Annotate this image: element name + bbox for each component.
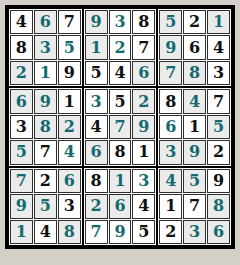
sudoku-cell-r7c6[interactable]: 3 [132, 169, 155, 193]
sudoku-cell-r1c3[interactable]: 7 [58, 10, 81, 34]
sudoku-cell-r3c4[interactable]: 5 [85, 61, 108, 85]
sudoku-cell-r7c4[interactable]: 8 [85, 169, 108, 193]
sudoku-cell-r9c3[interactable]: 8 [58, 220, 81, 244]
sudoku-cell-r1c4[interactable]: 9 [85, 10, 108, 34]
sudoku-box-2-1: 691382574 [8, 87, 83, 166]
sudoku-cell-r1c2[interactable]: 6 [34, 10, 57, 34]
sudoku-cell-r6c1[interactable]: 5 [10, 140, 33, 164]
sudoku-cell-r4c3[interactable]: 1 [58, 89, 81, 113]
sudoku-page: 4678352199381275465219647836913825743524… [0, 0, 240, 254]
sudoku-cell-r2c2[interactable]: 3 [34, 35, 57, 59]
sudoku-cell-r1c7[interactable]: 5 [159, 10, 182, 34]
sudoku-cell-r9c7[interactable]: 2 [159, 220, 182, 244]
sudoku-cell-r3c1[interactable]: 2 [10, 61, 33, 85]
sudoku-cell-r1c5[interactable]: 3 [109, 10, 132, 34]
sudoku-box-3-3: 459178236 [157, 167, 232, 246]
sudoku-cell-r1c9[interactable]: 1 [207, 10, 230, 34]
sudoku-cell-r9c9[interactable]: 6 [207, 220, 230, 244]
sudoku-cell-r2c1[interactable]: 8 [10, 35, 33, 59]
sudoku-cell-r2c5[interactable]: 2 [109, 35, 132, 59]
sudoku-cell-r9c1[interactable]: 1 [10, 220, 33, 244]
sudoku-box-3-1: 726953148 [8, 167, 83, 246]
sudoku-cell-r2c6[interactable]: 7 [132, 35, 155, 59]
sudoku-cell-r6c2[interactable]: 7 [34, 140, 57, 164]
sudoku-cell-r2c4[interactable]: 1 [85, 35, 108, 59]
sudoku-cell-r2c9[interactable]: 4 [207, 35, 230, 59]
sudoku-cell-r8c6[interactable]: 4 [132, 194, 155, 218]
sudoku-cell-r5c4[interactable]: 4 [85, 115, 108, 139]
sudoku-cell-r1c1[interactable]: 4 [10, 10, 33, 34]
sudoku-cell-r6c5[interactable]: 8 [109, 140, 132, 164]
sudoku-cell-r6c9[interactable]: 2 [207, 140, 230, 164]
sudoku-cell-r9c2[interactable]: 4 [34, 220, 57, 244]
sudoku-cell-r6c3[interactable]: 4 [58, 140, 81, 164]
sudoku-box-1-3: 521964783 [157, 8, 232, 87]
sudoku-cell-r5c8[interactable]: 1 [183, 115, 206, 139]
sudoku-cell-r5c6[interactable]: 9 [132, 115, 155, 139]
sudoku-board: 4678352199381275465219647836913825743524… [5, 5, 235, 249]
sudoku-cell-r6c6[interactable]: 1 [132, 140, 155, 164]
sudoku-cell-r4c8[interactable]: 4 [183, 89, 206, 113]
sudoku-cell-r9c5[interactable]: 9 [109, 220, 132, 244]
sudoku-cell-r7c9[interactable]: 9 [207, 169, 230, 193]
sudoku-cell-r4c1[interactable]: 6 [10, 89, 33, 113]
sudoku-cell-r1c8[interactable]: 2 [183, 10, 206, 34]
sudoku-cell-r8c8[interactable]: 7 [183, 194, 206, 218]
sudoku-cell-r4c7[interactable]: 8 [159, 89, 182, 113]
sudoku-cell-r6c8[interactable]: 9 [183, 140, 206, 164]
sudoku-cell-r1c6[interactable]: 8 [132, 10, 155, 34]
sudoku-box-3-2: 813264795 [83, 167, 158, 246]
sudoku-cell-r5c9[interactable]: 5 [207, 115, 230, 139]
sudoku-cell-r4c6[interactable]: 2 [132, 89, 155, 113]
sudoku-cell-r2c3[interactable]: 5 [58, 35, 81, 59]
sudoku-box-1-2: 938127546 [83, 8, 158, 87]
sudoku-cell-r5c2[interactable]: 8 [34, 115, 57, 139]
sudoku-cell-r9c8[interactable]: 3 [183, 220, 206, 244]
sudoku-cell-r5c1[interactable]: 3 [10, 115, 33, 139]
sudoku-cell-r7c1[interactable]: 7 [10, 169, 33, 193]
sudoku-cell-r2c7[interactable]: 9 [159, 35, 182, 59]
sudoku-cell-r8c3[interactable]: 3 [58, 194, 81, 218]
sudoku-cell-r7c7[interactable]: 4 [159, 169, 182, 193]
sudoku-box-2-2: 352479681 [83, 87, 158, 166]
sudoku-cell-r3c3[interactable]: 9 [58, 61, 81, 85]
sudoku-cell-r3c7[interactable]: 7 [159, 61, 182, 85]
sudoku-cell-r5c5[interactable]: 7 [109, 115, 132, 139]
sudoku-cell-r8c7[interactable]: 1 [159, 194, 182, 218]
sudoku-cell-r6c4[interactable]: 6 [85, 140, 108, 164]
sudoku-cell-r8c9[interactable]: 8 [207, 194, 230, 218]
sudoku-cell-r7c2[interactable]: 2 [34, 169, 57, 193]
sudoku-cell-r5c3[interactable]: 2 [58, 115, 81, 139]
sudoku-cell-r3c5[interactable]: 4 [109, 61, 132, 85]
sudoku-cell-r3c8[interactable]: 8 [183, 61, 206, 85]
sudoku-cell-r9c4[interactable]: 7 [85, 220, 108, 244]
sudoku-cell-r2c8[interactable]: 6 [183, 35, 206, 59]
sudoku-cell-r4c2[interactable]: 9 [34, 89, 57, 113]
sudoku-cell-r8c2[interactable]: 5 [34, 194, 57, 218]
sudoku-cell-r5c7[interactable]: 6 [159, 115, 182, 139]
sudoku-cell-r3c2[interactable]: 1 [34, 61, 57, 85]
sudoku-cell-r7c8[interactable]: 5 [183, 169, 206, 193]
sudoku-cell-r4c5[interactable]: 5 [109, 89, 132, 113]
sudoku-box-2-3: 847615392 [157, 87, 232, 166]
sudoku-cell-r9c6[interactable]: 5 [132, 220, 155, 244]
sudoku-box-1-1: 467835219 [8, 8, 83, 87]
sudoku-cell-r4c9[interactable]: 7 [207, 89, 230, 113]
sudoku-cell-r8c4[interactable]: 2 [85, 194, 108, 218]
sudoku-cell-r4c4[interactable]: 3 [85, 89, 108, 113]
sudoku-cell-r7c3[interactable]: 6 [58, 169, 81, 193]
sudoku-cell-r6c7[interactable]: 3 [159, 140, 182, 164]
sudoku-cell-r7c5[interactable]: 1 [109, 169, 132, 193]
sudoku-cell-r3c6[interactable]: 6 [132, 61, 155, 85]
sudoku-cell-r8c1[interactable]: 9 [10, 194, 33, 218]
sudoku-cell-r8c5[interactable]: 6 [109, 194, 132, 218]
sudoku-cell-r3c9[interactable]: 3 [207, 61, 230, 85]
